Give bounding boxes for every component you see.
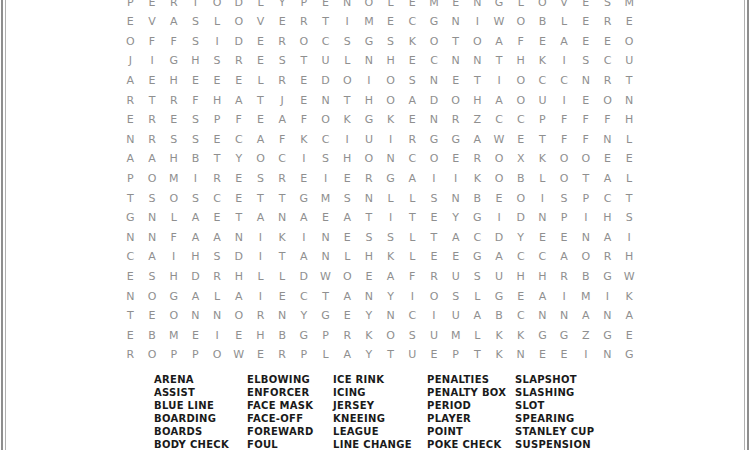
grid-cell: F <box>293 110 315 130</box>
grid-cell: G <box>120 208 142 228</box>
word-list-item: ASSIST <box>154 386 229 399</box>
grid-cell: S <box>445 286 467 306</box>
grid-cell: D <box>423 90 445 110</box>
word-list-item: ICING <box>333 386 412 399</box>
grid-cell: C <box>401 12 423 32</box>
grid-cell: L <box>271 267 293 287</box>
grid-cell: T <box>271 247 293 267</box>
grid-cell: L <box>618 130 640 150</box>
grid-cell: O <box>423 286 445 306</box>
word-list-item: POINT <box>427 425 506 438</box>
grid-cell: A <box>185 286 207 306</box>
grid-cell: H <box>185 247 207 267</box>
word-list-item: BOARDS <box>154 425 229 438</box>
grid-cell: E <box>141 71 163 91</box>
grid-cell: E <box>423 345 445 365</box>
word-list-item: LEAGUE <box>333 425 412 438</box>
grid-cell: T <box>315 12 337 32</box>
grid-cell: I <box>423 306 445 326</box>
grid-cell: D <box>293 267 315 287</box>
grid-cell: X <box>510 149 532 169</box>
grid-cell: O <box>510 71 532 91</box>
grid-cell: I <box>380 208 402 228</box>
grid-cell: O <box>618 32 640 52</box>
grid-cell: V <box>141 12 163 32</box>
word-list-item: SLOT <box>515 399 594 412</box>
grid-cell: T <box>141 90 163 110</box>
grid-cell: A <box>250 130 272 150</box>
grid-cell: Y <box>271 0 293 12</box>
grid-cell: S <box>575 51 597 71</box>
grid-cell: I <box>185 169 207 189</box>
grid-cell: G <box>597 267 619 287</box>
grid-cell: K <box>488 345 510 365</box>
grid-cell: E <box>575 12 597 32</box>
grid-cell: O <box>575 247 597 267</box>
grid-cell: N <box>228 228 250 248</box>
grid-cell: E <box>510 286 532 306</box>
word-list-item: JERSEY <box>333 399 412 412</box>
grid-cell: C <box>315 130 337 150</box>
grid-cell: T <box>206 149 228 169</box>
frame-border-left-inner <box>5 0 6 450</box>
grid-cell: A <box>488 247 510 267</box>
grid-cell: T <box>467 71 489 91</box>
grid-cell: H <box>163 71 185 91</box>
grid-cell: A <box>467 130 489 150</box>
grid-cell: F <box>597 110 619 130</box>
grid-cell: M <box>358 12 380 32</box>
frame-border-left-outer <box>1 0 3 450</box>
grid-cell: C <box>120 247 142 267</box>
grid-cell: E <box>120 12 142 32</box>
grid-cell: B <box>510 169 532 189</box>
grid-cell: A <box>553 247 575 267</box>
grid-cell: R <box>228 51 250 71</box>
grid-cell: V <box>553 0 575 12</box>
grid-cell: N <box>597 306 619 326</box>
grid-cell: O <box>445 90 467 110</box>
grid-cell: O <box>163 306 185 326</box>
grid-cell: E <box>401 51 423 71</box>
grid-cell: N <box>120 286 142 306</box>
grid-cell: U <box>315 51 337 71</box>
grid-cell: T <box>532 130 554 150</box>
grid-cell: H <box>228 267 250 287</box>
grid-cell: A <box>380 267 402 287</box>
grid-cell: H <box>380 51 402 71</box>
word-list-item: PERIOD <box>427 399 506 412</box>
word-list-item: STANLEY CUP <box>515 425 594 438</box>
grid-cell: N <box>467 0 489 12</box>
grid-cell: O <box>120 32 142 52</box>
grid-cell: K <box>293 130 315 150</box>
grid-cell: R <box>271 345 293 365</box>
grid-cell: Z <box>575 326 597 346</box>
grid-cell: L <box>618 169 640 189</box>
word-list-item: KNEEING <box>333 412 412 425</box>
grid-cell: J <box>271 90 293 110</box>
grid-cell: E <box>141 0 163 12</box>
grid-cell: G <box>315 306 337 326</box>
grid-cell: M <box>445 326 467 346</box>
grid-cell: A <box>293 247 315 267</box>
grid-cell: I <box>597 286 619 306</box>
grid-cell: M <box>315 188 337 208</box>
grid-cell: S <box>336 188 358 208</box>
grid-cell: E <box>228 188 250 208</box>
grid-cell: O <box>488 169 510 189</box>
grid-cell: E <box>575 32 597 52</box>
grid-cell: E <box>228 169 250 189</box>
grid-cell: H <box>597 208 619 228</box>
word-list-item: SPEARING <box>515 412 594 425</box>
grid-cell: K <box>488 326 510 346</box>
grid-cell: O <box>553 149 575 169</box>
grid-cell: E <box>250 110 272 130</box>
grid-cell: O <box>423 32 445 52</box>
grid-cell: L <box>250 71 272 91</box>
grid-cell: N <box>380 149 402 169</box>
grid-cell: T <box>618 188 640 208</box>
grid-cell: E <box>206 130 228 150</box>
word-list-item: PLAYER <box>427 412 506 425</box>
grid-cell: T <box>401 208 423 228</box>
grid-cell: E <box>423 208 445 228</box>
grid-cell: E <box>293 169 315 189</box>
word-list-item: ARENA <box>154 373 229 386</box>
grid-cell: N <box>532 208 554 228</box>
grid-cell: L <box>163 208 185 228</box>
grid-cell: G <box>597 326 619 346</box>
grid-cell: C <box>293 286 315 306</box>
grid-cell: E <box>336 169 358 189</box>
grid-cell: E <box>315 0 337 12</box>
grid-cell: F <box>553 130 575 150</box>
grid-cell: P <box>575 188 597 208</box>
grid-cell: S <box>250 169 272 189</box>
grid-cell: O <box>532 0 554 12</box>
grid-cell: A <box>336 208 358 228</box>
grid-cell: Y <box>380 286 402 306</box>
grid-cell: O <box>510 12 532 32</box>
grid-cell: E <box>401 0 423 12</box>
grid-cell: I <box>553 286 575 306</box>
grid-cell: K <box>380 247 402 267</box>
grid-cell: S <box>271 51 293 71</box>
grid-cell: S <box>618 208 640 228</box>
word-list-item: ELBOWING <box>247 373 314 386</box>
grid-cell: E <box>185 71 207 91</box>
grid-cell: S <box>597 0 619 12</box>
grid-cell: N <box>358 286 380 306</box>
grid-cell: M <box>423 0 445 12</box>
grid-cell: A <box>185 228 207 248</box>
grid-cell: L <box>380 188 402 208</box>
grid-cell: T <box>358 208 380 228</box>
grid-cell: I <box>467 12 489 32</box>
grid-cell: O <box>250 149 272 169</box>
grid-cell: G <box>293 326 315 346</box>
grid-cell: A <box>185 208 207 228</box>
grid-cell: O <box>293 32 315 52</box>
grid-cell: N <box>553 306 575 326</box>
grid-cell: H <box>618 247 640 267</box>
grid-cell: G <box>488 286 510 306</box>
grid-cell: E <box>293 90 315 110</box>
grid-cell: L <box>380 0 402 12</box>
grid-cell: S <box>553 188 575 208</box>
word-list-item: BODY CHECK <box>154 438 229 450</box>
grid-cell: D <box>315 71 337 91</box>
grid-cell: N <box>445 188 467 208</box>
grid-cell: N <box>271 208 293 228</box>
grid-cell: N <box>141 228 163 248</box>
grid-cell: I <box>250 286 272 306</box>
grid-cell: N <box>423 110 445 130</box>
grid-cell: A <box>336 345 358 365</box>
grid-cell: U <box>445 267 467 287</box>
grid-cell: A <box>401 90 423 110</box>
grid-cell: E <box>206 208 228 228</box>
grid-cell: N <box>358 188 380 208</box>
grid-cell: K <box>358 326 380 346</box>
grid-cell: K <box>380 110 402 130</box>
grid-cell: O <box>510 188 532 208</box>
grid-cell: N <box>185 306 207 326</box>
grid-cell: E <box>553 228 575 248</box>
grid-cell: A <box>293 208 315 228</box>
grid-cell: O <box>380 90 402 110</box>
grid-cell: R <box>358 169 380 189</box>
grid-cell: E <box>336 306 358 326</box>
grid-cell: L <box>401 247 423 267</box>
grid-cell: N <box>445 51 467 71</box>
grid-cell: E <box>120 267 142 287</box>
grid-cell: E <box>250 345 272 365</box>
grid-cell: I <box>618 228 640 248</box>
grid-cell: A <box>141 149 163 169</box>
grid-cell: F <box>228 110 250 130</box>
grid-cell: N <box>358 51 380 71</box>
grid-cell: E <box>315 208 337 228</box>
grid-cell: E <box>141 306 163 326</box>
grid-cell: G <box>163 51 185 71</box>
grid-cell: R <box>141 130 163 150</box>
grid-cell: W <box>488 12 510 32</box>
grid-cell: G <box>358 110 380 130</box>
word-list-column: ICE RINKICINGJERSEYKNEEINGLEAGUELINE CHA… <box>333 373 412 450</box>
grid-cell: S <box>185 130 207 150</box>
grid-cell: S <box>358 228 380 248</box>
grid-cell: H <box>532 267 554 287</box>
grid-cell: T <box>488 51 510 71</box>
word-list-item: BOARDING <box>154 412 229 425</box>
grid-cell: R <box>401 130 423 150</box>
grid-cell: E <box>597 149 619 169</box>
grid-cell: S <box>185 188 207 208</box>
grid-cell: T <box>336 90 358 110</box>
grid-cell: B <box>467 188 489 208</box>
grid-cell: N <box>597 130 619 150</box>
grid-cell: N <box>445 12 467 32</box>
grid-cell: O <box>488 149 510 169</box>
grid-cell: E <box>380 12 402 32</box>
grid-cell: L <box>401 228 423 248</box>
grid-cell: N <box>618 90 640 110</box>
grid-cell: L <box>401 188 423 208</box>
grid-cell: T <box>271 188 293 208</box>
word-list-item: ENFORCER <box>247 386 314 399</box>
grid-cell: C <box>597 51 619 71</box>
grid-cell: O <box>141 286 163 306</box>
grid-cell: N <box>597 345 619 365</box>
grid-cell: F <box>271 130 293 150</box>
grid-cell: E <box>618 149 640 169</box>
grid-cell: Y <box>228 149 250 169</box>
grid-cell: C <box>401 149 423 169</box>
grid-cell: E <box>488 188 510 208</box>
word-list-column: SLAPSHOTSLASHINGSLOTSPEARINGSTANLEY CUPS… <box>515 373 594 450</box>
grid-cell: G <box>618 345 640 365</box>
grid-cell: T <box>120 188 142 208</box>
grid-cell: P <box>532 110 554 130</box>
grid-cell: N <box>532 306 554 326</box>
grid-cell: N <box>575 71 597 91</box>
grid-cell: N <box>315 228 337 248</box>
grid-cell: R <box>271 169 293 189</box>
grid-cell: O <box>206 345 228 365</box>
grid-cell: O <box>206 0 228 12</box>
grid-cell: F <box>575 130 597 150</box>
grid-cell: M <box>575 286 597 306</box>
grid-cell: E <box>271 286 293 306</box>
grid-cell: G <box>293 188 315 208</box>
grid-cell: T <box>228 208 250 228</box>
grid-cell: I <box>358 71 380 91</box>
grid-cell: A <box>597 228 619 248</box>
grid-cell: S <box>401 326 423 346</box>
grid-cell: V <box>250 12 272 32</box>
grid-cell: N <box>315 90 337 110</box>
grid-cell: P <box>315 326 337 346</box>
grid-cell: R <box>597 12 619 32</box>
grid-cell: I <box>206 32 228 52</box>
word-list-item: ICE RINK <box>333 373 412 386</box>
grid-cell: E <box>401 110 423 130</box>
grid-cell: A <box>597 169 619 189</box>
grid-cell: K <box>401 32 423 52</box>
grid-cell: N <box>336 0 358 12</box>
grid-cell: P <box>445 345 467 365</box>
grid-cell: E <box>206 71 228 91</box>
grid-cell: L <box>250 267 272 287</box>
word-list-item: SLAPSHOT <box>515 373 594 386</box>
grid-cell: I <box>488 71 510 91</box>
grid-cell: O <box>553 169 575 189</box>
grid-cell: R <box>423 267 445 287</box>
grid-cell: U <box>532 90 554 110</box>
grid-cell: R <box>250 306 272 326</box>
grid-cell: L <box>467 326 489 346</box>
grid-cell: T <box>250 188 272 208</box>
grid-cell: I <box>488 208 510 228</box>
grid-cell: R <box>120 345 142 365</box>
grid-cell: I <box>163 247 185 267</box>
grid-cell: E <box>510 130 532 150</box>
grid-cell: S <box>467 267 489 287</box>
grid-cell: E <box>250 51 272 71</box>
grid-cell: P <box>293 345 315 365</box>
grid-cell: M <box>618 0 640 12</box>
grid-cell: A <box>206 228 228 248</box>
grid-cell: T <box>293 51 315 71</box>
grid-cell: N <box>575 228 597 248</box>
word-list-item: FOREWARD <box>247 425 314 438</box>
grid-cell: H <box>358 90 380 110</box>
grid-cell: Z <box>467 110 489 130</box>
grid-cell: S <box>163 130 185 150</box>
grid-cell: K <box>532 149 554 169</box>
grid-cell: M <box>163 169 185 189</box>
grid-cell: K <box>467 169 489 189</box>
grid-cell: L <box>250 0 272 12</box>
word-list-item: SUSPENSION <box>515 438 594 450</box>
word-list-column: PENALTIESPENALTY BOXPERIODPLAYERPOINTPOK… <box>427 373 506 450</box>
grid-cell: O <box>380 326 402 346</box>
grid-cell: G <box>488 0 510 12</box>
grid-cell: H <box>163 267 185 287</box>
grid-cell: E <box>597 32 619 52</box>
grid-cell: S <box>141 267 163 287</box>
grid-cell: A <box>445 228 467 248</box>
grid-cell: A <box>120 71 142 91</box>
grid-cell: D <box>228 32 250 52</box>
grid-cell: C <box>510 306 532 326</box>
grid-cell: R <box>467 149 489 169</box>
word-list-item: LINE CHANGE <box>333 438 412 450</box>
grid-cell: N <box>206 306 228 326</box>
grid-cell: B <box>271 326 293 346</box>
grid-cell: A <box>575 306 597 326</box>
grid-cell: G <box>532 326 554 346</box>
grid-cell: I <box>532 188 554 208</box>
grid-cell: L <box>315 345 337 365</box>
grid-cell: A <box>120 149 142 169</box>
grid-cell: D <box>228 247 250 267</box>
grid-cell: I <box>336 130 358 150</box>
grid-cell: F <box>163 228 185 248</box>
grid-cell: W <box>228 345 250 365</box>
grid-cell: S <box>185 32 207 52</box>
grid-cell: I <box>575 345 597 365</box>
grid-cell: A <box>271 110 293 130</box>
grid-cell: L <box>553 12 575 32</box>
word-list-item: FACE-OFF <box>247 412 314 425</box>
grid-cell: K <box>510 326 532 346</box>
grid-cell: N <box>380 306 402 326</box>
grid-cell: R <box>336 326 358 346</box>
grid-cell: P <box>120 0 142 12</box>
grid-cell: G <box>553 326 575 346</box>
grid-cell: A <box>336 286 358 306</box>
grid-cell: J <box>120 51 142 71</box>
grid-cell: C <box>401 306 423 326</box>
grid-cell: I <box>423 169 445 189</box>
grid-cell: I <box>206 326 228 346</box>
grid-cell: G <box>423 12 445 32</box>
grid-cell: S <box>206 51 228 71</box>
